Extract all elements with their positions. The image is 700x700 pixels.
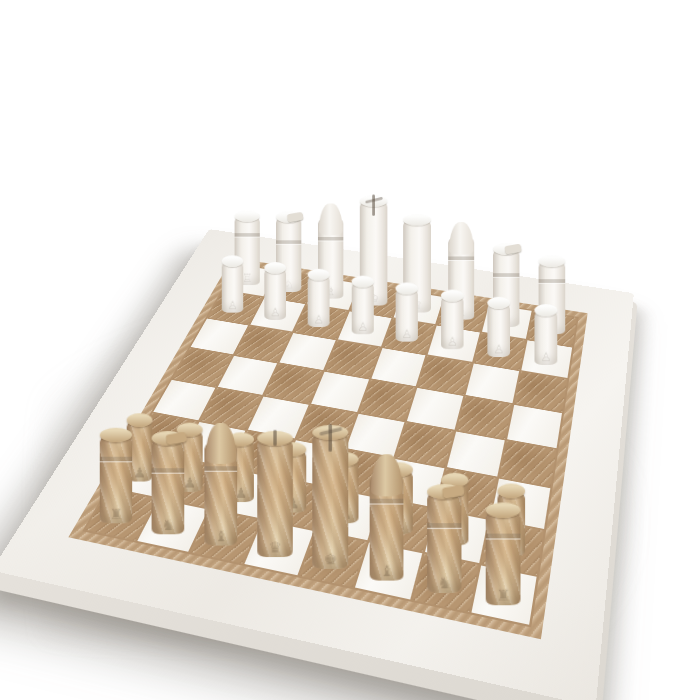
- piece-glyph: ♟: [332, 507, 359, 521]
- piece-top-cap: [235, 211, 260, 222]
- piece-top-cap: [100, 428, 132, 442]
- piece-body: ♖: [235, 216, 260, 286]
- piece-glyph: ♟: [279, 496, 305, 510]
- piece-glyph: ♘: [276, 279, 301, 290]
- white-queen-piece: ♕: [403, 220, 431, 313]
- piece-body: ♘: [276, 217, 301, 292]
- knight-notch: [287, 212, 304, 222]
- piece-glyph: ♗: [448, 306, 474, 318]
- piece-body: ♔: [360, 201, 388, 306]
- piece-glyph: ♙: [396, 328, 418, 340]
- piece-glyph: ♛: [257, 540, 293, 555]
- square-d4: [311, 371, 369, 411]
- square-e3: [371, 348, 426, 386]
- square-a5: [153, 380, 215, 421]
- beige-pawn-piece: ♟: [127, 419, 153, 481]
- white-bishop-piece: ♗: [318, 218, 344, 299]
- piece-glyph: ♕: [403, 299, 431, 311]
- square-h5: [499, 440, 556, 487]
- ring-groove: [493, 273, 519, 277]
- square-g2: ♙: [474, 333, 525, 370]
- board-slab: ♖♘♗♔♕♗♘♖♙♙♙♙♙♙♙♙♟♟♟♟♟♟♟♟♜♞♝♛♚♝♞♜: [0, 229, 634, 700]
- piece-glyph: ♙: [307, 314, 329, 326]
- knight-notch: [504, 244, 521, 255]
- piece-glyph: ♜: [100, 507, 132, 521]
- piece-glyph: ♙: [488, 343, 511, 355]
- square-g5: [447, 431, 505, 477]
- piece-glyph: ♘: [493, 314, 519, 326]
- piece-body: ♕: [403, 220, 431, 313]
- bishop-cone-top: [319, 204, 343, 236]
- white-rook-piece: ♖: [235, 216, 260, 286]
- piece-top-cap: [493, 243, 519, 255]
- piece-glyph: ♝: [205, 528, 238, 543]
- piece-top-cap: [403, 214, 431, 226]
- white-rook-piece: ♖: [538, 261, 565, 335]
- piece-glyph: ♜: [485, 587, 520, 603]
- piece-top-cap: [360, 196, 388, 208]
- square-f6: [383, 459, 444, 507]
- piece-glyph: ♖: [235, 273, 260, 284]
- bishop-cone-top: [449, 222, 473, 255]
- piece-top-cap: [538, 255, 565, 267]
- piece-body: ♗: [318, 218, 344, 299]
- ring-groove: [448, 257, 474, 261]
- white-knight-piece: ♘: [493, 249, 519, 327]
- product-photo: ♖♘♗♔♕♗♘♖♙♙♙♙♙♙♙♙♟♟♟♟♟♟♟♟♜♞♝♛♚♝♞♜: [0, 0, 700, 700]
- piece-glyph: ♙: [441, 336, 463, 348]
- piece-glyph: ♟: [127, 465, 153, 479]
- white-bishop-piece: ♗: [448, 237, 474, 320]
- piece-glyph: ♚: [312, 551, 348, 566]
- piece-body: ♗: [448, 237, 474, 320]
- square-h8: ♜: [472, 566, 537, 625]
- piece-glyph: ♟: [228, 486, 254, 500]
- board-frame: ♖♘♗♔♕♗♘♖♙♙♙♙♙♙♙♙♟♟♟♟♟♟♟♟♜♞♝♛♚♝♞♜: [68, 258, 587, 640]
- square-h6: [491, 479, 550, 529]
- piece-body: ♖: [538, 261, 565, 335]
- square-a7: ♟: [110, 450, 178, 497]
- piece-glyph: ♟: [441, 528, 468, 543]
- piece-glyph: ♞: [427, 575, 461, 590]
- ring-groove: [235, 233, 260, 236]
- piece-glyph: ♙: [222, 300, 244, 312]
- king-cross-slit: [372, 195, 375, 216]
- square-f5: [396, 422, 455, 467]
- square-g4: [457, 396, 513, 438]
- piece-glyph: ♞: [152, 517, 185, 532]
- piece-glyph: ♖: [538, 321, 565, 333]
- piece-top-cap: [127, 413, 153, 427]
- scene: ♖♘♗♔♕♗♘♖♙♙♙♙♙♙♙♙♟♟♟♟♟♟♟♟♜♞♝♛♚♝♞♜: [0, 0, 700, 700]
- ring-groove: [538, 279, 565, 283]
- piece-glyph: ♟: [498, 540, 526, 555]
- piece-glyph: ♟: [177, 475, 203, 489]
- square-d5: [296, 405, 356, 448]
- piece-glyph: ♗: [318, 286, 344, 297]
- piece-body: ♟: [127, 419, 153, 481]
- ring-groove: [318, 237, 344, 241]
- square-g3: [466, 363, 519, 403]
- piece-glyph: ♙: [351, 321, 373, 333]
- piece-glyph: ♟: [386, 517, 413, 532]
- piece-glyph: ♙: [264, 307, 286, 319]
- board-grid: ♖♘♗♔♕♗♘♖♙♙♙♙♙♙♙♙♟♟♟♟♟♟♟♟♜♞♝♛♚♝♞♜: [82, 263, 578, 627]
- king-cross-slit-2: [365, 197, 383, 204]
- white-king-piece: ♔: [360, 201, 388, 306]
- piece-top-cap: [276, 212, 301, 223]
- square-c5: [248, 396, 309, 438]
- square-h3: [515, 371, 568, 411]
- white-knight-piece: ♘: [276, 217, 301, 292]
- ring-groove: [276, 241, 301, 245]
- square-g8: ♞: [413, 554, 479, 612]
- piece-glyph: ♙: [535, 351, 558, 363]
- piece-body: ♘: [493, 249, 519, 327]
- piece-glyph: ♝: [370, 563, 404, 578]
- piece-glyph: ♔: [360, 293, 388, 305]
- chess-board: ♖♘♗♔♕♗♘♖♙♙♙♙♙♙♙♙♟♟♟♟♟♟♟♟♜♞♝♛♚♝♞♜: [0, 229, 634, 700]
- square-f8: ♝: [355, 543, 422, 600]
- square-e4: [359, 379, 416, 420]
